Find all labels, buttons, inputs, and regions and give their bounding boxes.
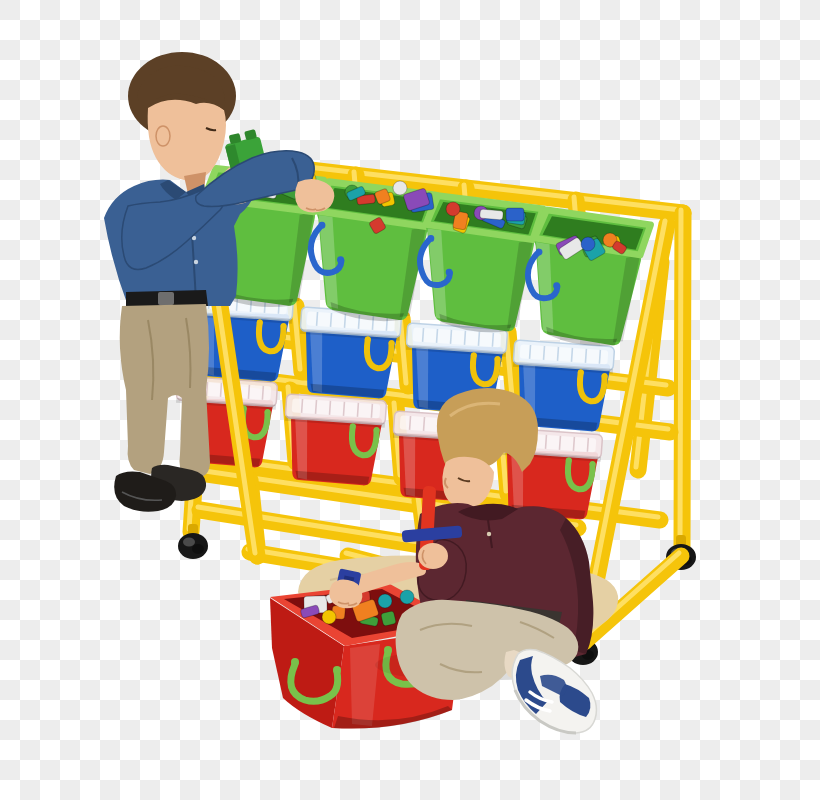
scene-image: Two young boys play with a yellow tube-f… <box>0 0 820 800</box>
red-bin-2 <box>281 394 387 487</box>
handle-nub <box>384 646 392 654</box>
standing-boy-ear <box>156 126 170 146</box>
belt-buckle <box>158 292 174 305</box>
shirt-button <box>194 260 198 264</box>
handle-nub <box>333 666 341 674</box>
screenshot-canvas: Two young boys play with a yellow tube-f… <box>0 0 820 800</box>
handle-nub <box>291 658 299 666</box>
polo-button <box>487 532 491 536</box>
